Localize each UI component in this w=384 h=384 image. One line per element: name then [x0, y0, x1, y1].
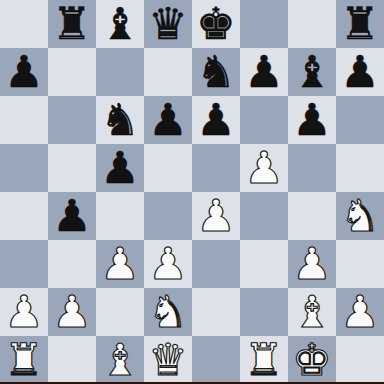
square-e4[interactable]: ♟ — [192, 192, 240, 240]
piece-black-pawn[interactable]: ♟ — [244, 48, 283, 96]
piece-black-pawn[interactable]: ♟ — [148, 96, 187, 144]
square-g2[interactable]: ♝ — [288, 288, 336, 336]
square-d2[interactable]: ♞ — [144, 288, 192, 336]
piece-black-king[interactable]: ♚ — [196, 0, 235, 48]
square-a3[interactable] — [0, 240, 48, 288]
square-h6[interactable] — [336, 96, 384, 144]
square-g8[interactable] — [288, 0, 336, 48]
square-d6[interactable]: ♟ — [144, 96, 192, 144]
piece-black-queen[interactable]: ♛ — [148, 0, 187, 48]
square-e5[interactable] — [192, 144, 240, 192]
piece-black-bishop[interactable]: ♝ — [292, 48, 331, 96]
square-e7[interactable]: ♞ — [192, 48, 240, 96]
square-b6[interactable] — [48, 96, 96, 144]
square-h5[interactable] — [336, 144, 384, 192]
piece-white-bishop[interactable]: ♝ — [292, 288, 331, 336]
piece-white-pawn[interactable]: ♟ — [148, 240, 187, 288]
square-d4[interactable] — [144, 192, 192, 240]
square-b1[interactable] — [48, 336, 96, 384]
piece-white-pawn[interactable]: ♟ — [340, 288, 379, 336]
square-c8[interactable]: ♝ — [96, 0, 144, 48]
piece-black-pawn[interactable]: ♟ — [100, 144, 139, 192]
piece-white-knight[interactable]: ♞ — [148, 288, 187, 336]
square-b3[interactable] — [48, 240, 96, 288]
square-c6[interactable]: ♞ — [96, 96, 144, 144]
square-g3[interactable]: ♟ — [288, 240, 336, 288]
square-f4[interactable] — [240, 192, 288, 240]
square-c4[interactable] — [96, 192, 144, 240]
square-a4[interactable] — [0, 192, 48, 240]
square-e1[interactable] — [192, 336, 240, 384]
square-e3[interactable] — [192, 240, 240, 288]
square-c3[interactable]: ♟ — [96, 240, 144, 288]
piece-black-pawn[interactable]: ♟ — [340, 48, 379, 96]
piece-black-pawn[interactable]: ♟ — [196, 96, 235, 144]
square-b5[interactable] — [48, 144, 96, 192]
square-d5[interactable] — [144, 144, 192, 192]
piece-black-pawn[interactable]: ♟ — [292, 96, 331, 144]
square-c2[interactable] — [96, 288, 144, 336]
square-g7[interactable]: ♝ — [288, 48, 336, 96]
square-b7[interactable] — [48, 48, 96, 96]
square-h8[interactable]: ♜ — [336, 0, 384, 48]
piece-white-pawn[interactable]: ♟ — [100, 240, 139, 288]
piece-white-rook[interactable]: ♜ — [4, 336, 43, 384]
square-h7[interactable]: ♟ — [336, 48, 384, 96]
square-a1[interactable]: ♜ — [0, 336, 48, 384]
square-b2[interactable]: ♟ — [48, 288, 96, 336]
square-h3[interactable] — [336, 240, 384, 288]
piece-black-pawn[interactable]: ♟ — [4, 48, 43, 96]
piece-white-bishop[interactable]: ♝ — [100, 336, 139, 384]
piece-white-rook[interactable]: ♜ — [244, 336, 283, 384]
piece-white-king[interactable]: ♚ — [292, 336, 331, 384]
square-g1[interactable]: ♚ — [288, 336, 336, 384]
square-a2[interactable]: ♟ — [0, 288, 48, 336]
piece-white-pawn[interactable]: ♟ — [244, 144, 283, 192]
square-h2[interactable]: ♟ — [336, 288, 384, 336]
square-d7[interactable] — [144, 48, 192, 96]
piece-black-rook[interactable]: ♜ — [52, 0, 91, 48]
piece-white-queen[interactable]: ♛ — [148, 336, 187, 384]
square-f5[interactable]: ♟ — [240, 144, 288, 192]
piece-black-pawn[interactable]: ♟ — [52, 192, 91, 240]
square-h1[interactable] — [336, 336, 384, 384]
square-g5[interactable] — [288, 144, 336, 192]
square-c7[interactable] — [96, 48, 144, 96]
piece-white-pawn[interactable]: ♟ — [292, 240, 331, 288]
square-f6[interactable] — [240, 96, 288, 144]
square-d8[interactable]: ♛ — [144, 0, 192, 48]
piece-black-bishop[interactable]: ♝ — [100, 0, 139, 48]
piece-black-knight[interactable]: ♞ — [196, 48, 235, 96]
chess-board: ♜♝♛♚♜♟♞♟♝♟♞♟♟♟♟♟♟♟♞♟♟♟♟♟♞♝♟♜♝♛♜♚ — [0, 0, 384, 384]
square-f7[interactable]: ♟ — [240, 48, 288, 96]
square-f3[interactable] — [240, 240, 288, 288]
square-g4[interactable] — [288, 192, 336, 240]
square-a7[interactable]: ♟ — [0, 48, 48, 96]
square-a6[interactable] — [0, 96, 48, 144]
square-b4[interactable]: ♟ — [48, 192, 96, 240]
square-a8[interactable] — [0, 0, 48, 48]
square-a5[interactable] — [0, 144, 48, 192]
square-b8[interactable]: ♜ — [48, 0, 96, 48]
piece-white-pawn[interactable]: ♟ — [52, 288, 91, 336]
piece-white-pawn[interactable]: ♟ — [196, 192, 235, 240]
square-e6[interactable]: ♟ — [192, 96, 240, 144]
square-d1[interactable]: ♛ — [144, 336, 192, 384]
square-f2[interactable] — [240, 288, 288, 336]
square-f8[interactable] — [240, 0, 288, 48]
piece-white-pawn[interactable]: ♟ — [4, 288, 43, 336]
square-g6[interactable]: ♟ — [288, 96, 336, 144]
square-d3[interactable]: ♟ — [144, 240, 192, 288]
square-e8[interactable]: ♚ — [192, 0, 240, 48]
square-e2[interactable] — [192, 288, 240, 336]
square-f1[interactable]: ♜ — [240, 336, 288, 384]
piece-black-knight[interactable]: ♞ — [100, 96, 139, 144]
square-c1[interactable]: ♝ — [96, 336, 144, 384]
piece-black-rook[interactable]: ♜ — [340, 0, 379, 48]
square-c5[interactable]: ♟ — [96, 144, 144, 192]
piece-white-knight[interactable]: ♞ — [340, 192, 379, 240]
square-h4[interactable]: ♞ — [336, 192, 384, 240]
